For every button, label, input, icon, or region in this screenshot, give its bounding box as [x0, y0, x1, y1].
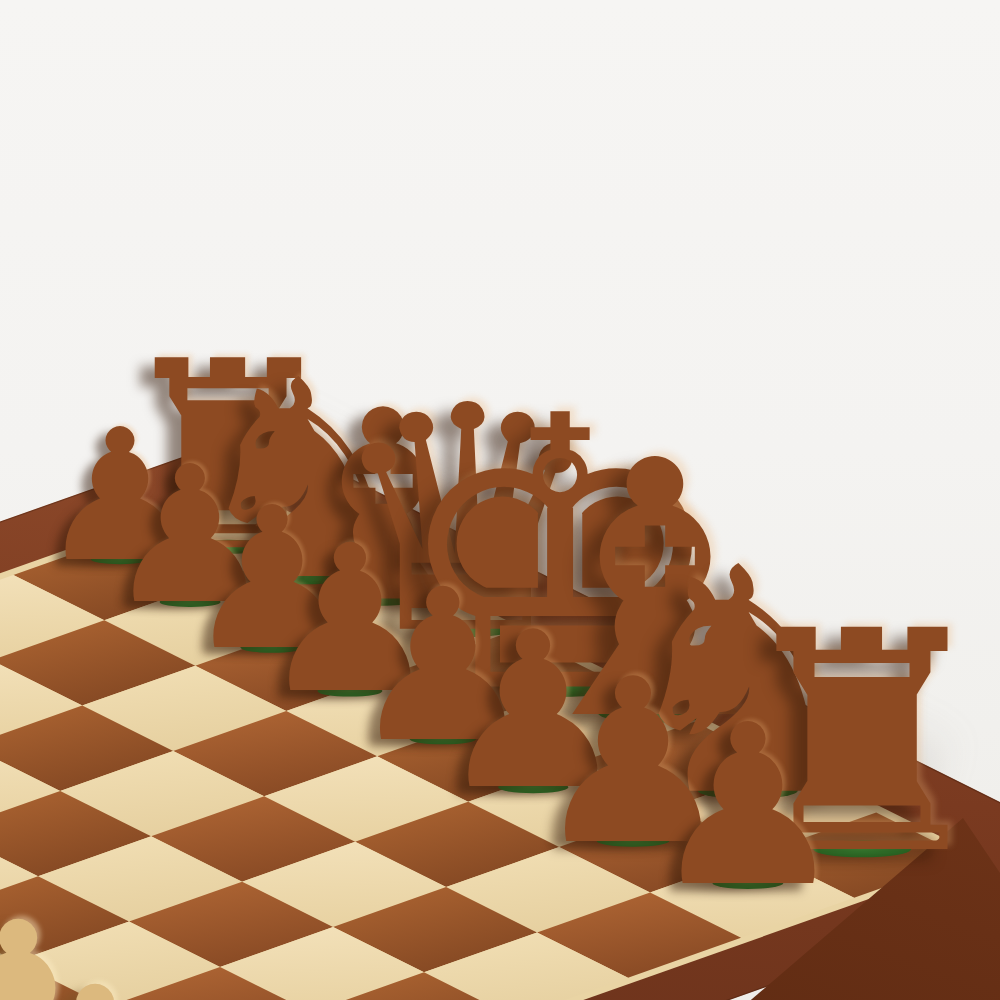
piece-light-pawn-f2: ♟ — [0, 956, 203, 1000]
piece-dark-pawn-h7: ♟ — [648, 695, 847, 917]
pieces-layer: ♜♞♝♛♚♝♞♜♟♟♟♟♟♟♟♟♟♟ — [0, 0, 1000, 1000]
chess-set-photo: ♜♞♝♛♚♝♞♜♟♟♟♟♟♟♟♟♟♟ — [0, 0, 1000, 1000]
